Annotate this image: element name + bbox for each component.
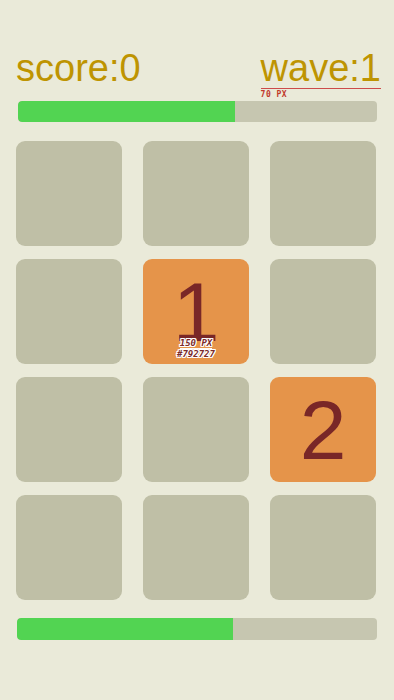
wave-spec-size: 70 PX <box>261 90 288 99</box>
tile1-spec-annotation: 150 PX #792727 <box>143 338 249 359</box>
tile-r4c1 <box>16 495 122 600</box>
tile-r2c3 <box>270 259 376 364</box>
tile-r1c2 <box>143 141 249 246</box>
tile-r4c3 <box>270 495 376 600</box>
tile-value: 2 <box>300 388 347 472</box>
tile-r3c1 <box>16 377 122 482</box>
tile-r2c2: 1 150 PX #792727 <box>143 259 249 364</box>
tile-r4c2 <box>143 495 249 600</box>
top-progress-fill <box>18 101 235 122</box>
tile1-spec-color: #792727 <box>177 349 215 359</box>
game-board[interactable]: 1 150 PX #792727 2 <box>16 141 376 600</box>
score-label: score:0 <box>16 51 141 85</box>
bottom-progress-bar <box>17 618 377 640</box>
tile-r3c2 <box>143 377 249 482</box>
wave-label: wave:1 <box>261 51 381 85</box>
tile-r3c3: 2 <box>270 377 376 482</box>
bottom-progress-fill <box>17 618 233 640</box>
tile1-spec-size: 150 PX <box>180 338 213 349</box>
tile-r1c1 <box>16 141 122 246</box>
tile-r1c3 <box>270 141 376 246</box>
tile-r2c1 <box>16 259 122 364</box>
top-progress-bar <box>18 101 377 122</box>
